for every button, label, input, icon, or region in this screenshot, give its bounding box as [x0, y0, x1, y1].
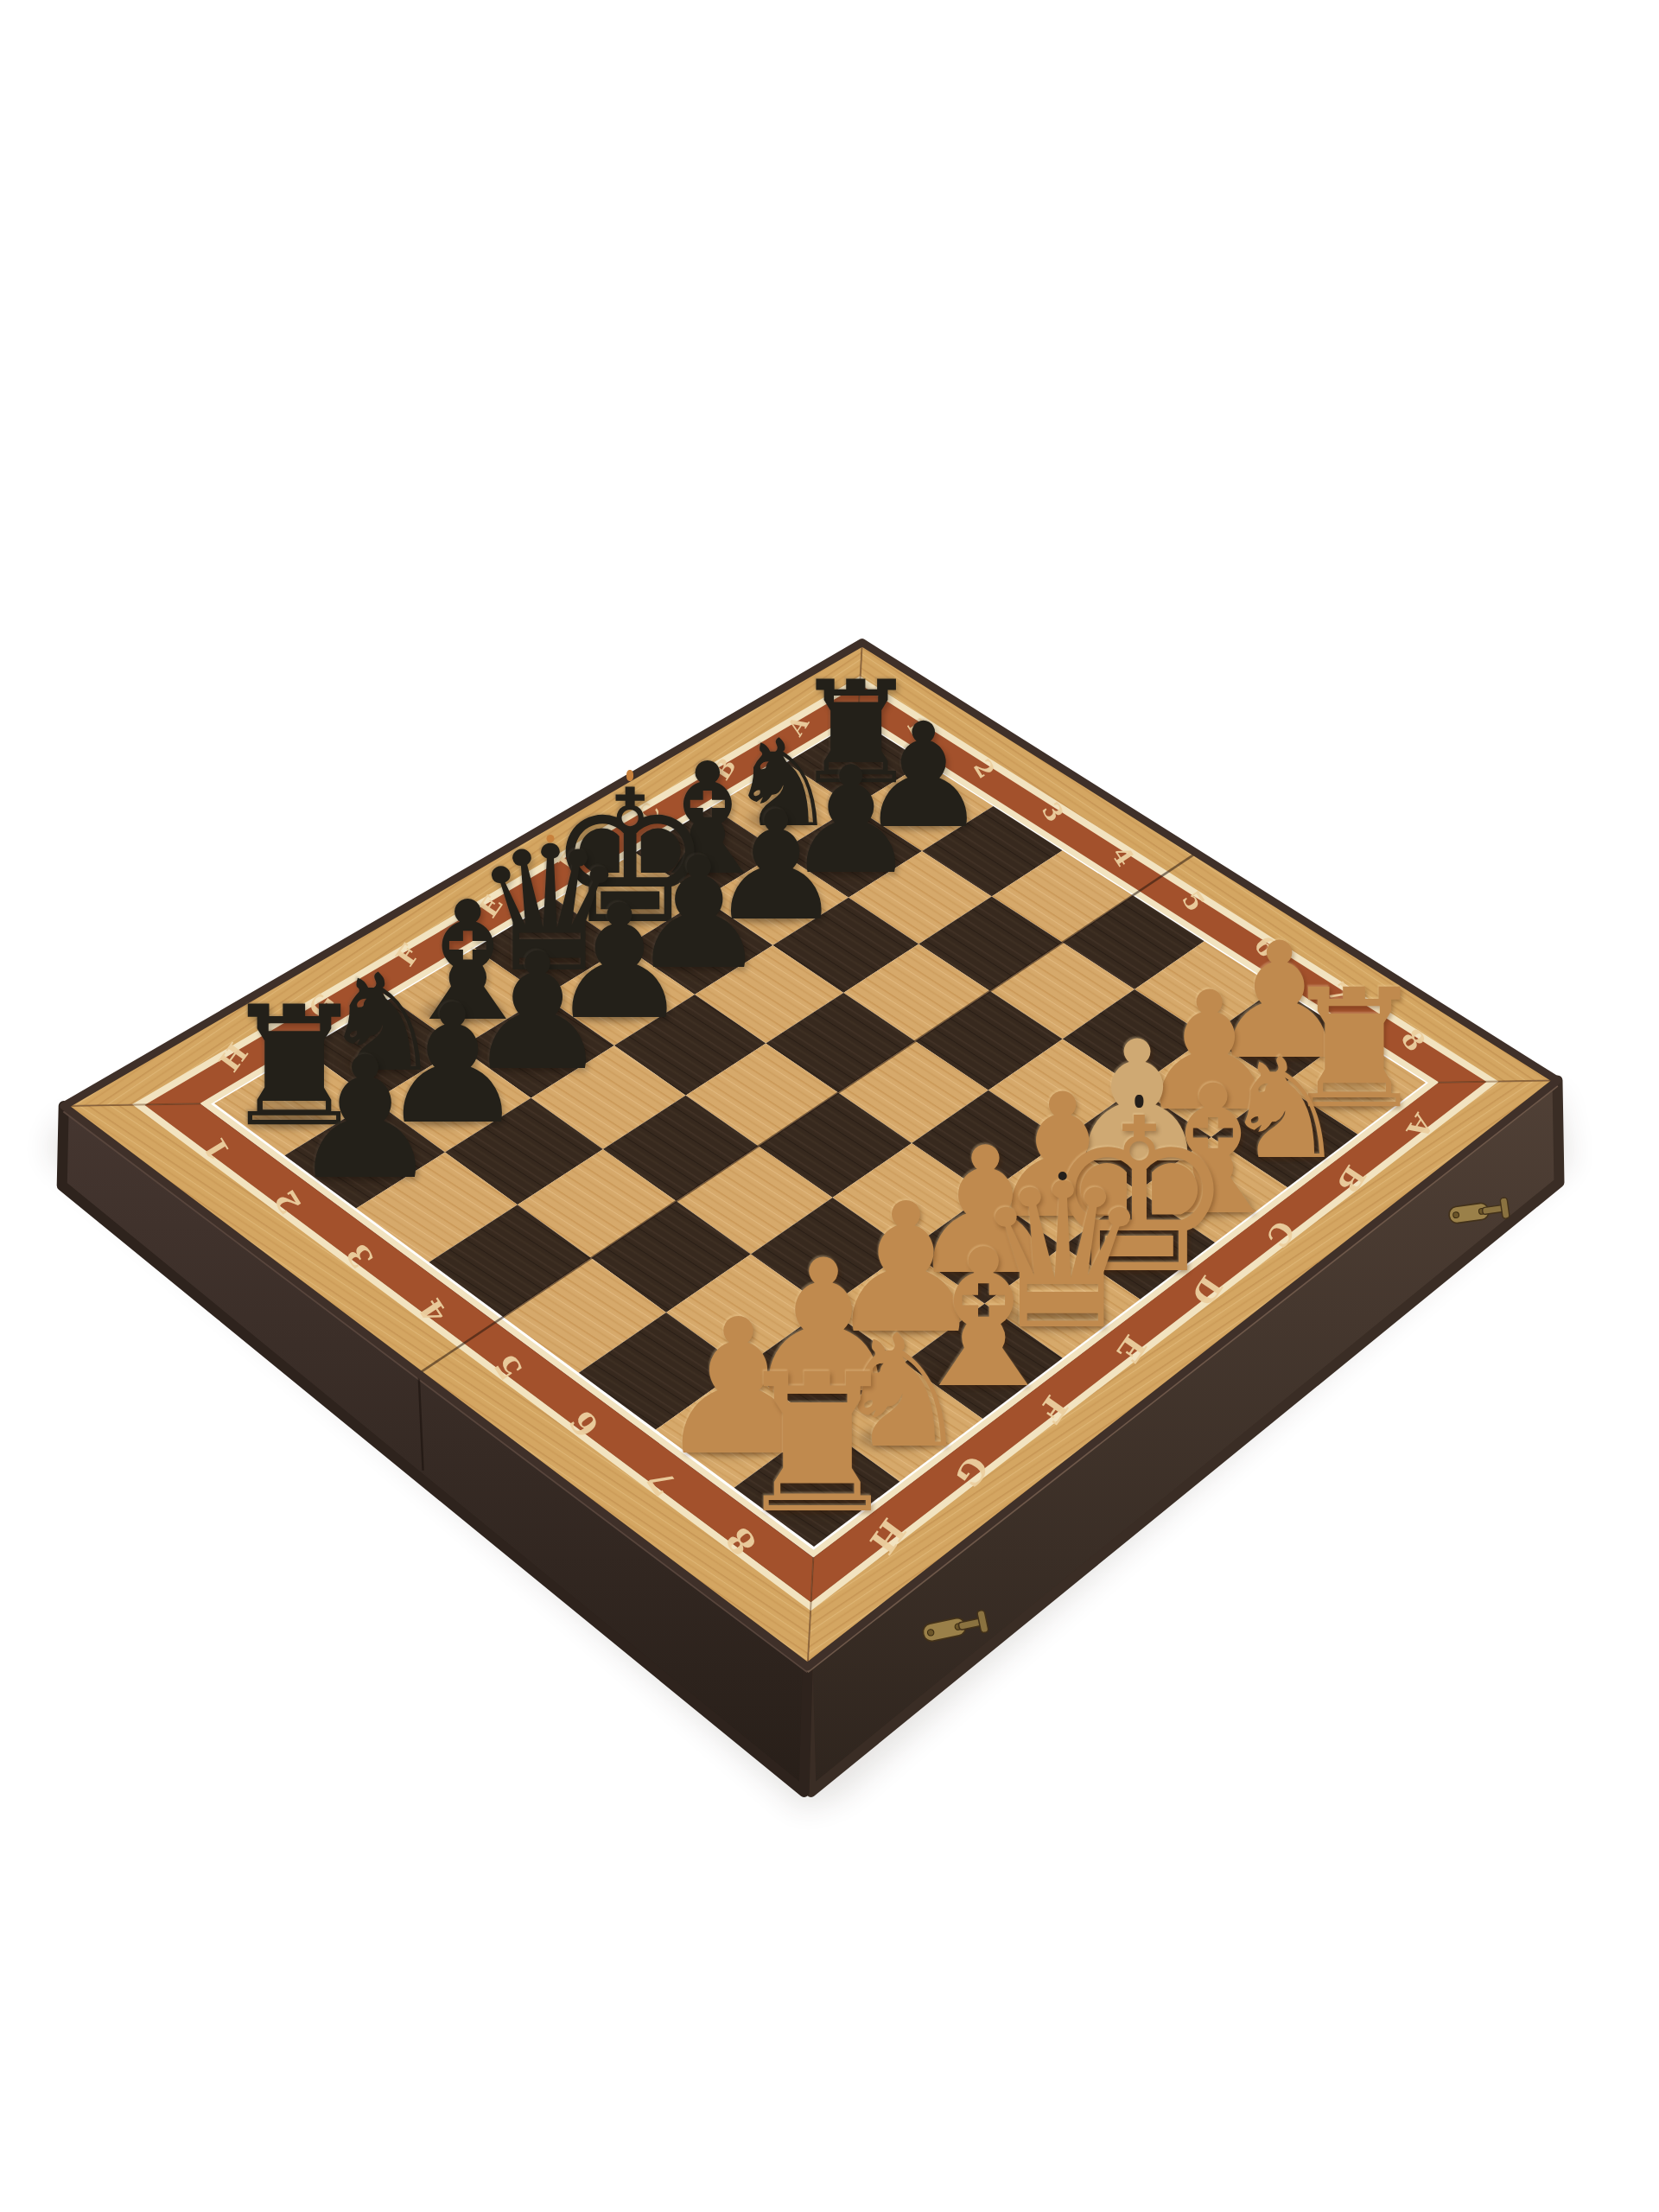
finial-light-king-d8 — [1135, 1095, 1143, 1108]
pieces-layer: ♜♟♞♟♝♟♚♟♛♟♝♟♟♞♜♟♟♜♞♟♟♝♟♚♟♛♟♝♟♞♟♜ — [0, 0, 1659, 2212]
piece-light-rook-h8[interactable]: ♜ — [732, 1349, 903, 1540]
finial-dark-king-d1 — [626, 770, 633, 781]
piece-dark-pawn-h2[interactable]: ♟ — [289, 1034, 441, 1203]
chess-set-product-photo: AA11BB22CC33DD44EE55FF66GG77HH88 ♜♟♞♟♝♟♚… — [0, 0, 1659, 2212]
